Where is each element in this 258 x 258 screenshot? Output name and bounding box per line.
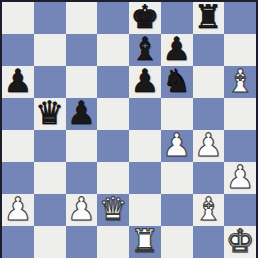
square-e6[interactable]: ♟ bbox=[129, 66, 161, 98]
square-c5[interactable]: ♟ bbox=[66, 98, 98, 130]
square-d7[interactable] bbox=[97, 34, 129, 66]
piece-black-queen[interactable]: ♛ bbox=[35, 97, 64, 129]
piece-white-pawn[interactable]: ♟ bbox=[194, 129, 223, 161]
square-f2[interactable] bbox=[161, 194, 193, 226]
piece-black-pawn[interactable]: ♟ bbox=[4, 65, 33, 97]
square-h5[interactable] bbox=[224, 98, 256, 130]
chess-board: ♚♜♝♟♟♟♞♝♛♟♟♟♟♟♟♛♝♜♚ bbox=[2, 2, 256, 256]
piece-white-pawn[interactable]: ♟ bbox=[67, 193, 96, 225]
square-c8[interactable] bbox=[66, 2, 98, 34]
square-e4[interactable] bbox=[129, 130, 161, 162]
square-a1[interactable] bbox=[2, 226, 34, 258]
square-c1[interactable] bbox=[66, 226, 98, 258]
square-e5[interactable] bbox=[129, 98, 161, 130]
square-h1[interactable]: ♚ bbox=[224, 226, 256, 258]
square-f4[interactable]: ♟ bbox=[161, 130, 193, 162]
square-g8[interactable]: ♜ bbox=[193, 2, 225, 34]
square-g2[interactable]: ♝ bbox=[193, 194, 225, 226]
piece-black-pawn[interactable]: ♟ bbox=[131, 65, 160, 97]
square-a5[interactable] bbox=[2, 98, 34, 130]
square-f3[interactable] bbox=[161, 162, 193, 194]
square-b7[interactable] bbox=[34, 34, 66, 66]
square-a8[interactable] bbox=[2, 2, 34, 34]
square-b4[interactable] bbox=[34, 130, 66, 162]
square-a2[interactable]: ♟ bbox=[2, 194, 34, 226]
square-d6[interactable] bbox=[97, 66, 129, 98]
square-f6[interactable]: ♞ bbox=[161, 66, 193, 98]
piece-black-bishop[interactable]: ♝ bbox=[131, 33, 160, 65]
square-h8[interactable] bbox=[224, 2, 256, 34]
piece-white-king[interactable]: ♚ bbox=[226, 225, 255, 257]
piece-black-king[interactable]: ♚ bbox=[131, 1, 160, 33]
piece-white-pawn[interactable]: ♟ bbox=[162, 129, 191, 161]
square-g6[interactable] bbox=[193, 66, 225, 98]
square-e1[interactable]: ♜ bbox=[129, 226, 161, 258]
square-c4[interactable] bbox=[66, 130, 98, 162]
piece-white-queen[interactable]: ♛ bbox=[99, 193, 128, 225]
square-d1[interactable] bbox=[97, 226, 129, 258]
square-h3[interactable]: ♟ bbox=[224, 162, 256, 194]
square-b5[interactable]: ♛ bbox=[34, 98, 66, 130]
square-d2[interactable]: ♛ bbox=[97, 194, 129, 226]
piece-white-rook[interactable]: ♜ bbox=[131, 225, 160, 257]
square-b3[interactable] bbox=[34, 162, 66, 194]
piece-white-pawn[interactable]: ♟ bbox=[4, 193, 33, 225]
chess-board-frame: ♚♜♝♟♟♟♞♝♛♟♟♟♟♟♟♛♝♜♚ bbox=[0, 0, 258, 258]
square-c2[interactable]: ♟ bbox=[66, 194, 98, 226]
square-e3[interactable] bbox=[129, 162, 161, 194]
square-c7[interactable] bbox=[66, 34, 98, 66]
square-f1[interactable] bbox=[161, 226, 193, 258]
square-d8[interactable] bbox=[97, 2, 129, 34]
square-a4[interactable] bbox=[2, 130, 34, 162]
piece-black-pawn[interactable]: ♟ bbox=[162, 33, 191, 65]
piece-white-bishop[interactable]: ♝ bbox=[194, 193, 223, 225]
piece-black-rook[interactable]: ♜ bbox=[194, 1, 223, 33]
square-g7[interactable] bbox=[193, 34, 225, 66]
piece-black-pawn[interactable]: ♟ bbox=[67, 97, 96, 129]
piece-black-knight[interactable]: ♞ bbox=[162, 65, 191, 97]
square-d5[interactable] bbox=[97, 98, 129, 130]
square-b1[interactable] bbox=[34, 226, 66, 258]
square-d4[interactable] bbox=[97, 130, 129, 162]
piece-white-pawn[interactable]: ♟ bbox=[226, 161, 255, 193]
square-g1[interactable] bbox=[193, 226, 225, 258]
square-b2[interactable] bbox=[34, 194, 66, 226]
square-h6[interactable]: ♝ bbox=[224, 66, 256, 98]
square-a6[interactable]: ♟ bbox=[2, 66, 34, 98]
square-g4[interactable]: ♟ bbox=[193, 130, 225, 162]
piece-white-bishop[interactable]: ♝ bbox=[226, 65, 255, 97]
square-b8[interactable] bbox=[34, 2, 66, 34]
